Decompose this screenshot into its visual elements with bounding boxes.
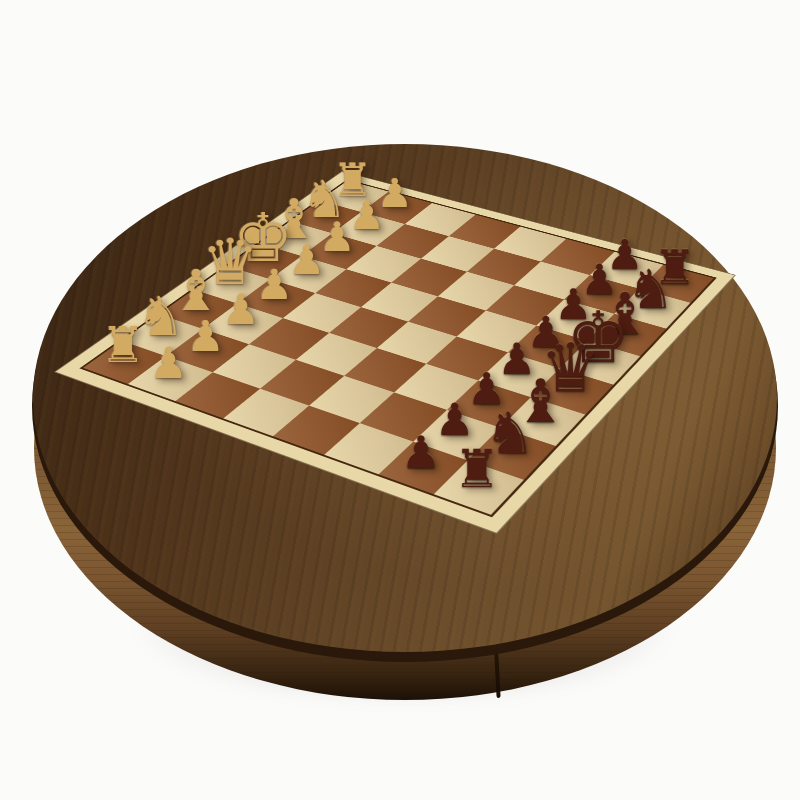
chess-set-photo: ♜♞♝♛♚♝♞♜♟♟♟♟♟♟♟♟♟♟♟♟♟♟♟♟♜♞♝♛♚♝♞♜	[0, 0, 800, 800]
